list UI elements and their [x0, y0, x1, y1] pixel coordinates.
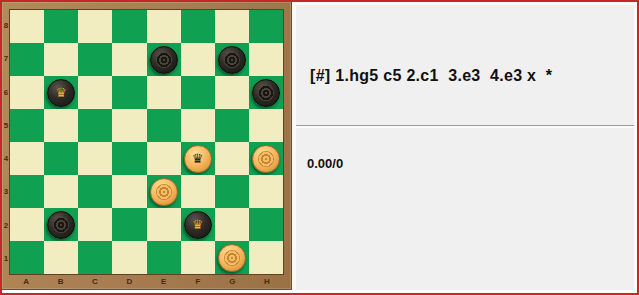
square-d5[interactable]	[112, 109, 146, 142]
draughts-analysis-window: ♛♛♛ 87654321 ABCDEFGH [#] 1.hg5 c5 2.c1 …	[0, 0, 639, 295]
engine-panel: 0.00/0	[296, 128, 634, 290]
square-f5[interactable]	[181, 109, 215, 142]
square-d7[interactable]	[112, 43, 146, 76]
square-h3[interactable]	[249, 175, 283, 208]
square-h8[interactable]	[249, 10, 283, 43]
square-h2[interactable]	[249, 208, 283, 241]
crown-icon: ♛	[192, 218, 204, 231]
square-d3[interactable]	[112, 175, 146, 208]
rank-labels: 87654321	[2, 9, 10, 275]
square-f4[interactable]: ♛	[181, 142, 215, 175]
square-a4[interactable]	[10, 142, 44, 175]
square-h6[interactable]	[249, 76, 283, 109]
rank-label-8: 8	[2, 9, 10, 42]
file-label-d: D	[112, 274, 146, 288]
square-c7[interactable]	[78, 43, 112, 76]
file-label-e: E	[147, 274, 181, 288]
square-g2[interactable]	[215, 208, 249, 241]
square-a2[interactable]	[10, 208, 44, 241]
square-b3[interactable]	[44, 175, 78, 208]
square-g4[interactable]	[215, 142, 249, 175]
white-man-e3[interactable]	[150, 178, 178, 206]
square-b6[interactable]: ♛	[44, 76, 78, 109]
square-a6[interactable]	[10, 76, 44, 109]
square-b5[interactable]	[44, 109, 78, 142]
square-d4[interactable]	[112, 142, 146, 175]
engraving-rings-icon	[224, 52, 240, 68]
square-b8[interactable]	[44, 10, 78, 43]
moves-panel: [#] 1.hg5 c5 2.c1 3.e3 4.e3 x *	[296, 5, 634, 126]
square-c1[interactable]	[78, 241, 112, 274]
file-label-a: A	[9, 274, 43, 288]
square-e3[interactable]	[147, 175, 181, 208]
square-g1[interactable]	[215, 241, 249, 274]
square-e7[interactable]	[147, 43, 181, 76]
square-f6[interactable]	[181, 76, 215, 109]
file-label-h: H	[250, 274, 284, 288]
square-c8[interactable]	[78, 10, 112, 43]
square-d8[interactable]	[112, 10, 146, 43]
square-g7[interactable]	[215, 43, 249, 76]
square-f2[interactable]: ♛	[181, 208, 215, 241]
square-f3[interactable]	[181, 175, 215, 208]
square-g6[interactable]	[215, 76, 249, 109]
black-man-b2[interactable]	[47, 211, 75, 239]
file-labels: ABCDEFGH	[9, 274, 284, 288]
rank-label-6: 6	[2, 76, 10, 109]
rank-label-4: 4	[2, 142, 10, 175]
square-c3[interactable]	[78, 175, 112, 208]
square-f1[interactable]	[181, 241, 215, 274]
crown-icon: ♛	[192, 152, 204, 165]
square-h4[interactable]	[249, 142, 283, 175]
square-f7[interactable]	[181, 43, 215, 76]
square-a3[interactable]	[10, 175, 44, 208]
file-label-b: B	[43, 274, 77, 288]
square-e8[interactable]	[147, 10, 181, 43]
black-man-h6[interactable]	[252, 79, 280, 107]
black-king-f2[interactable]: ♛	[184, 211, 212, 239]
square-a8[interactable]	[10, 10, 44, 43]
square-a1[interactable]	[10, 241, 44, 274]
crown-icon: ♛	[55, 86, 67, 99]
rank-label-7: 7	[2, 42, 10, 75]
file-label-g: G	[215, 274, 249, 288]
square-d1[interactable]	[112, 241, 146, 274]
rank-label-5: 5	[2, 109, 10, 142]
square-a7[interactable]	[10, 43, 44, 76]
move-list-text[interactable]: [#] 1.hg5 c5 2.c1 3.e3 4.e3 x *	[310, 67, 552, 85]
engraving-rings-icon	[156, 184, 172, 200]
engraving-rings-icon	[156, 52, 172, 68]
black-king-b6[interactable]: ♛	[47, 79, 75, 107]
square-b4[interactable]	[44, 142, 78, 175]
square-a5[interactable]	[10, 109, 44, 142]
square-h5[interactable]	[249, 109, 283, 142]
square-h1[interactable]	[249, 241, 283, 274]
rank-label-1: 1	[2, 242, 10, 275]
square-e4[interactable]	[147, 142, 181, 175]
board-grid: ♛♛♛	[9, 9, 284, 275]
engine-eval-text: 0.00/0	[307, 156, 343, 171]
side-panels: [#] 1.hg5 c5 2.c1 3.e3 4.e3 x * 0.00/0	[292, 2, 637, 293]
rank-label-2: 2	[2, 209, 10, 242]
engraving-rings-icon	[258, 151, 274, 167]
square-g8[interactable]	[215, 10, 249, 43]
rank-label-3: 3	[2, 175, 10, 208]
square-c4[interactable]	[78, 142, 112, 175]
file-label-f: F	[181, 274, 215, 288]
engraving-rings-icon	[224, 250, 240, 266]
square-d6[interactable]	[112, 76, 146, 109]
square-b2[interactable]	[44, 208, 78, 241]
square-b7[interactable]	[44, 43, 78, 76]
engraving-rings-icon	[258, 85, 274, 101]
white-man-g1[interactable]	[218, 244, 246, 272]
engraving-rings-icon	[53, 217, 69, 233]
square-c2[interactable]	[78, 208, 112, 241]
square-e2[interactable]	[147, 208, 181, 241]
board-frame: ♛♛♛ 87654321 ABCDEFGH	[2, 2, 292, 290]
square-e1[interactable]	[147, 241, 181, 274]
square-e6[interactable]	[147, 76, 181, 109]
square-e5[interactable]	[147, 109, 181, 142]
square-c5[interactable]	[78, 109, 112, 142]
square-d2[interactable]	[112, 208, 146, 241]
square-c6[interactable]	[78, 76, 112, 109]
white-man-h4[interactable]	[252, 145, 280, 173]
square-h7[interactable]	[249, 43, 283, 76]
black-man-g7[interactable]	[218, 46, 246, 74]
square-f8[interactable]	[181, 10, 215, 43]
square-g3[interactable]	[215, 175, 249, 208]
square-b1[interactable]	[44, 241, 78, 274]
white-king-f4[interactable]: ♛	[184, 145, 212, 173]
file-label-c: C	[78, 274, 112, 288]
black-man-e7[interactable]	[150, 46, 178, 74]
square-g5[interactable]	[215, 109, 249, 142]
